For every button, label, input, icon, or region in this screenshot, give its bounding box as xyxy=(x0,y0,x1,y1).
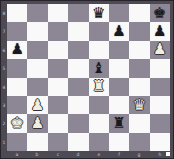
file-label-e: e xyxy=(96,152,102,157)
file-label-a: a xyxy=(14,152,20,157)
square-g2[interactable] xyxy=(129,114,149,132)
square-c3[interactable] xyxy=(48,96,68,114)
square-a4[interactable] xyxy=(7,78,27,96)
black-pawn: ♟ xyxy=(153,24,166,39)
square-e3[interactable] xyxy=(89,96,109,114)
square-b3[interactable]: ♟ xyxy=(27,96,47,114)
square-f7[interactable]: ♟ xyxy=(109,22,129,40)
square-c5[interactable] xyxy=(48,59,68,77)
square-d8[interactable] xyxy=(68,4,88,22)
square-a2[interactable]: ♚ xyxy=(7,114,27,132)
black-pawn: ♟ xyxy=(10,42,23,57)
square-g4[interactable] xyxy=(129,78,149,96)
square-d4[interactable] xyxy=(68,78,88,96)
square-g5[interactable] xyxy=(129,59,149,77)
white-queen: ♛ xyxy=(133,98,146,113)
square-b7[interactable] xyxy=(27,22,47,40)
file-label-d: d xyxy=(75,152,81,157)
square-b8[interactable] xyxy=(27,4,47,22)
square-h8[interactable]: ♚ xyxy=(150,4,170,22)
square-g3[interactable]: ♛ xyxy=(129,96,149,114)
black-king: ♚ xyxy=(153,6,166,21)
chess-board: ♛♚♟♟♟♟♝♜♟♛♚♟♜ xyxy=(7,4,170,151)
white-pawn: ♟ xyxy=(31,98,44,113)
black-rook: ♜ xyxy=(112,116,125,131)
rank-label-3: 3 xyxy=(2,103,7,108)
black-bishop: ♝ xyxy=(92,61,105,76)
square-e2[interactable] xyxy=(89,114,109,132)
square-f3[interactable] xyxy=(109,96,129,114)
rank-label-5: 5 xyxy=(2,66,7,71)
white-pawn: ♟ xyxy=(153,42,166,57)
square-b2[interactable]: ♟ xyxy=(27,114,47,132)
square-d1[interactable] xyxy=(68,133,88,151)
square-a8[interactable] xyxy=(7,4,27,22)
white-rook: ♜ xyxy=(92,79,105,94)
square-b5[interactable] xyxy=(27,59,47,77)
square-e8[interactable]: ♛ xyxy=(89,4,109,22)
square-b6[interactable] xyxy=(27,41,47,59)
square-c8[interactable] xyxy=(48,4,68,22)
rank-label-4: 4 xyxy=(2,84,7,89)
file-label-h: h xyxy=(157,152,163,157)
square-c2[interactable] xyxy=(48,114,68,132)
square-f1[interactable] xyxy=(109,133,129,151)
white-pawn: ♟ xyxy=(31,116,44,131)
square-b4[interactable] xyxy=(27,78,47,96)
square-a5[interactable] xyxy=(7,59,27,77)
square-f2[interactable]: ♜ xyxy=(109,114,129,132)
square-d2[interactable] xyxy=(68,114,88,132)
square-h7[interactable]: ♟ xyxy=(150,22,170,40)
square-d5[interactable] xyxy=(68,59,88,77)
square-d6[interactable] xyxy=(68,41,88,59)
square-h5[interactable] xyxy=(150,59,170,77)
square-e1[interactable] xyxy=(89,133,109,151)
corner-selection-marker xyxy=(166,152,170,156)
square-g6[interactable] xyxy=(129,41,149,59)
square-a7[interactable] xyxy=(7,22,27,40)
square-c4[interactable] xyxy=(48,78,68,96)
square-b1[interactable] xyxy=(27,133,47,151)
rank-label-7: 7 xyxy=(2,29,7,34)
square-h3[interactable] xyxy=(150,96,170,114)
file-label-b: b xyxy=(34,152,40,157)
square-f4[interactable] xyxy=(109,78,129,96)
square-g8[interactable] xyxy=(129,4,149,22)
square-d7[interactable] xyxy=(68,22,88,40)
square-f6[interactable] xyxy=(109,41,129,59)
black-pawn: ♟ xyxy=(112,24,125,39)
file-label-g: g xyxy=(136,152,142,157)
rank-label-6: 6 xyxy=(2,48,7,53)
white-king: ♚ xyxy=(10,116,23,131)
square-e5[interactable]: ♝ xyxy=(89,59,109,77)
square-g1[interactable] xyxy=(129,133,149,151)
square-e6[interactable] xyxy=(89,41,109,59)
square-e4[interactable]: ♜ xyxy=(89,78,109,96)
square-h4[interactable] xyxy=(150,78,170,96)
square-c6[interactable] xyxy=(48,41,68,59)
black-queen: ♛ xyxy=(92,6,105,21)
square-e7[interactable] xyxy=(89,22,109,40)
file-label-f: f xyxy=(116,152,122,157)
rank-label-2: 2 xyxy=(2,121,7,126)
square-a6[interactable]: ♟ xyxy=(7,41,27,59)
square-d3[interactable] xyxy=(68,96,88,114)
square-c7[interactable] xyxy=(48,22,68,40)
square-h2[interactable] xyxy=(150,114,170,132)
square-f5[interactable] xyxy=(109,59,129,77)
square-h6[interactable]: ♟ xyxy=(150,41,170,59)
square-f8[interactable] xyxy=(109,4,129,22)
file-label-c: c xyxy=(55,152,61,157)
chess-board-window: ♛♚♟♟♟♟♝♜♟♛♚♟♜ 87654321abcdefgh xyxy=(0,0,174,159)
rank-label-1: 1 xyxy=(2,139,7,144)
square-g7[interactable] xyxy=(129,22,149,40)
rank-label-8: 8 xyxy=(2,11,7,16)
square-a3[interactable] xyxy=(7,96,27,114)
square-h1[interactable] xyxy=(150,133,170,151)
square-a1[interactable] xyxy=(7,133,27,151)
square-c1[interactable] xyxy=(48,133,68,151)
